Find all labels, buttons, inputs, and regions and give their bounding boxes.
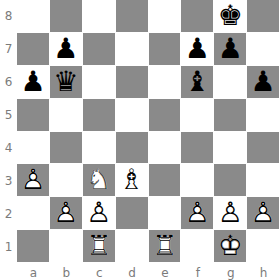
square-c6[interactable] bbox=[83, 66, 116, 99]
square-e7[interactable] bbox=[149, 33, 182, 66]
rank-label-4: 4 bbox=[0, 132, 17, 165]
piece-outline-layer: ♖ bbox=[83, 230, 115, 262]
piece-fill-layer: ♟ bbox=[214, 33, 246, 65]
square-c3[interactable]: ♞♘ bbox=[83, 164, 116, 197]
rank-labels: 87654321 bbox=[0, 0, 17, 263]
piece-outline-layer: ♙ bbox=[214, 197, 246, 229]
piece-fill-layer: ♝ bbox=[181, 66, 213, 98]
square-d8[interactable] bbox=[116, 0, 149, 33]
square-h1[interactable] bbox=[247, 230, 280, 263]
piece-outline-layer: ♙ bbox=[17, 164, 49, 196]
square-d4[interactable] bbox=[116, 132, 149, 165]
file-label-e: e bbox=[149, 263, 182, 280]
square-g6[interactable] bbox=[214, 66, 247, 99]
piece-outline-layer: ♙ bbox=[247, 197, 279, 229]
square-e2[interactable] bbox=[149, 197, 182, 230]
rank-label-3: 3 bbox=[0, 164, 17, 197]
piece-outline-layer: ♙ bbox=[181, 197, 213, 229]
square-h8[interactable] bbox=[247, 0, 280, 33]
rank-label-2: 2 bbox=[0, 197, 17, 230]
square-b2[interactable]: ♟♙ bbox=[50, 197, 83, 230]
file-label-g: g bbox=[214, 263, 247, 280]
file-labels: abcdefgh bbox=[17, 263, 280, 280]
square-b8[interactable] bbox=[50, 0, 83, 33]
square-a6[interactable]: ♟ bbox=[17, 66, 50, 99]
black-pawn-a6[interactable]: ♟ bbox=[17, 66, 49, 98]
square-f2[interactable]: ♟♙ bbox=[181, 197, 214, 230]
square-f6[interactable]: ♝ bbox=[181, 66, 214, 99]
file-label-a: a bbox=[17, 263, 50, 280]
square-d1[interactable] bbox=[116, 230, 149, 263]
piece-fill-layer: ♟ bbox=[181, 33, 213, 65]
file-label-f: f bbox=[181, 263, 214, 280]
white-rook-c1[interactable]: ♜♖ bbox=[83, 230, 115, 262]
piece-outline-layer: ♔ bbox=[214, 230, 246, 262]
square-b6[interactable]: ♛ bbox=[50, 66, 83, 99]
piece-fill-layer: ♚ bbox=[214, 0, 246, 32]
piece-outline-layer: ♙ bbox=[83, 197, 115, 229]
black-pawn-f7[interactable]: ♟ bbox=[181, 33, 213, 65]
rank-label-6: 6 bbox=[0, 66, 17, 99]
square-h4[interactable] bbox=[247, 132, 280, 165]
square-e1[interactable]: ♜♖ bbox=[149, 230, 182, 263]
square-e5[interactable] bbox=[149, 99, 182, 132]
piece-fill-layer: ♟ bbox=[17, 66, 49, 98]
square-d7[interactable] bbox=[116, 33, 149, 66]
black-king-g8[interactable]: ♚ bbox=[214, 0, 246, 32]
rank-label-7: 7 bbox=[0, 33, 17, 66]
black-pawn-h6[interactable]: ♟ bbox=[247, 66, 279, 98]
piece-fill-layer: ♛ bbox=[50, 66, 82, 98]
square-d5[interactable] bbox=[116, 99, 149, 132]
square-f7[interactable]: ♟ bbox=[181, 33, 214, 66]
square-c1[interactable]: ♜♖ bbox=[83, 230, 116, 263]
square-h6[interactable]: ♟ bbox=[247, 66, 280, 99]
square-a5[interactable] bbox=[17, 99, 50, 132]
square-d3[interactable]: ♝♗ bbox=[116, 164, 149, 197]
square-g7[interactable]: ♟ bbox=[214, 33, 247, 66]
square-a8[interactable] bbox=[17, 0, 50, 33]
white-knight-c3[interactable]: ♞♘ bbox=[83, 164, 115, 196]
square-h7[interactable] bbox=[247, 33, 280, 66]
piece-fill-layer: ♟ bbox=[247, 66, 279, 98]
square-e4[interactable] bbox=[149, 132, 182, 165]
square-b1[interactable] bbox=[50, 230, 83, 263]
square-a2[interactable] bbox=[17, 197, 50, 230]
square-g4[interactable] bbox=[214, 132, 247, 165]
rank-label-8: 8 bbox=[0, 0, 17, 33]
square-c4[interactable] bbox=[83, 132, 116, 165]
piece-outline-layer: ♙ bbox=[50, 197, 82, 229]
square-f4[interactable] bbox=[181, 132, 214, 165]
white-pawn-b2[interactable]: ♟♙ bbox=[50, 197, 82, 229]
square-e6[interactable] bbox=[149, 66, 182, 99]
square-h3[interactable] bbox=[247, 164, 280, 197]
piece-outline-layer: ♘ bbox=[83, 164, 115, 196]
white-pawn-a3[interactable]: ♟♙ bbox=[17, 164, 49, 196]
file-label-c: c bbox=[83, 263, 116, 280]
square-e3[interactable] bbox=[149, 164, 182, 197]
black-bishop-f6[interactable]: ♝ bbox=[181, 66, 213, 98]
white-pawn-c2[interactable]: ♟♙ bbox=[83, 197, 115, 229]
file-label-b: b bbox=[50, 263, 83, 280]
square-b7[interactable]: ♟ bbox=[50, 33, 83, 66]
square-g1[interactable]: ♚♔ bbox=[214, 230, 247, 263]
square-g5[interactable] bbox=[214, 99, 247, 132]
white-pawn-g2[interactable]: ♟♙ bbox=[214, 197, 246, 229]
piece-outline-layer: ♗ bbox=[116, 164, 148, 196]
white-pawn-f2[interactable]: ♟♙ bbox=[181, 197, 213, 229]
square-f1[interactable] bbox=[181, 230, 214, 263]
file-label-h: h bbox=[247, 263, 280, 280]
piece-outline-layer: ♖ bbox=[149, 230, 181, 262]
square-c5[interactable] bbox=[83, 99, 116, 132]
chess-board: ♚♟♟♟♟♛♝♟♟♙♞♘♝♗♟♙♟♙♟♙♟♙♟♙♜♖♜♖♚♔ bbox=[17, 0, 280, 263]
rank-label-5: 5 bbox=[0, 99, 17, 132]
square-h2[interactable]: ♟♙ bbox=[247, 197, 280, 230]
square-h5[interactable] bbox=[247, 99, 280, 132]
square-a1[interactable] bbox=[17, 230, 50, 263]
square-g8[interactable]: ♚ bbox=[214, 0, 247, 33]
square-c8[interactable] bbox=[83, 0, 116, 33]
white-pawn-h2[interactable]: ♟♙ bbox=[247, 197, 279, 229]
rank-label-1: 1 bbox=[0, 230, 17, 263]
square-b5[interactable] bbox=[50, 99, 83, 132]
square-c2[interactable]: ♟♙ bbox=[83, 197, 116, 230]
square-e8[interactable] bbox=[149, 0, 182, 33]
square-f8[interactable] bbox=[181, 0, 214, 33]
square-a3[interactable]: ♟♙ bbox=[17, 164, 50, 197]
black-pawn-b7[interactable]: ♟ bbox=[50, 33, 82, 65]
square-f5[interactable] bbox=[181, 99, 214, 132]
white-bishop-d3[interactable]: ♝♗ bbox=[116, 164, 148, 196]
square-a4[interactable] bbox=[17, 132, 50, 165]
chess-diagram: ♚♟♟♟♟♛♝♟♟♙♞♘♝♗♟♙♟♙♟♙♟♙♟♙♜♖♜♖♚♔ 87654321 … bbox=[0, 0, 280, 280]
square-f3[interactable] bbox=[181, 164, 214, 197]
square-c7[interactable] bbox=[83, 33, 116, 66]
square-d2[interactable] bbox=[116, 197, 149, 230]
square-b4[interactable] bbox=[50, 132, 83, 165]
square-a7[interactable] bbox=[17, 33, 50, 66]
piece-fill-layer: ♟ bbox=[50, 33, 82, 65]
square-b3[interactable] bbox=[50, 164, 83, 197]
square-g2[interactable]: ♟♙ bbox=[214, 197, 247, 230]
file-label-d: d bbox=[116, 263, 149, 280]
square-d6[interactable] bbox=[116, 66, 149, 99]
black-queen-b6[interactable]: ♛ bbox=[50, 66, 82, 98]
white-rook-e1[interactable]: ♜♖ bbox=[149, 230, 181, 262]
square-g3[interactable] bbox=[214, 164, 247, 197]
black-pawn-g7[interactable]: ♟ bbox=[214, 33, 246, 65]
white-king-g1[interactable]: ♚♔ bbox=[214, 230, 246, 262]
